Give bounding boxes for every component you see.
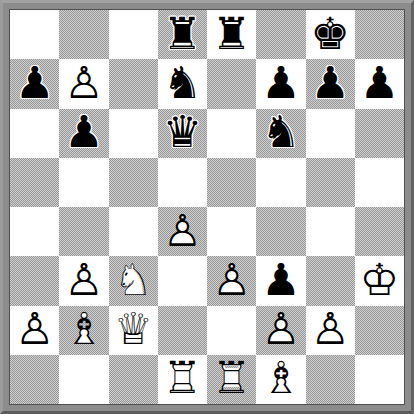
- bishop-outline-glyph: ♗: [261, 356, 300, 400]
- square-e6[interactable]: [207, 109, 256, 158]
- square-e2[interactable]: [207, 306, 256, 355]
- square-d7[interactable]: ♞: [158, 59, 207, 108]
- square-d8[interactable]: ♜: [158, 10, 207, 59]
- square-g7[interactable]: ♟: [306, 59, 355, 108]
- square-f1[interactable]: ♝♗: [256, 355, 305, 404]
- pawn-outline-glyph: ♙: [64, 258, 103, 302]
- piece-black-rook[interactable]: ♜: [207, 10, 256, 59]
- pawn-glyph: ♟: [15, 61, 54, 105]
- king-outline-glyph: ♔: [360, 258, 399, 302]
- square-f7[interactable]: ♟: [256, 59, 305, 108]
- square-g4[interactable]: [306, 207, 355, 256]
- square-f8[interactable]: [256, 10, 305, 59]
- square-g8[interactable]: ♚: [306, 10, 355, 59]
- square-h7[interactable]: ♟: [355, 59, 404, 108]
- square-f3[interactable]: ♟: [256, 256, 305, 305]
- piece-black-rook[interactable]: ♜: [158, 10, 207, 59]
- piece-white-bishop[interactable]: ♝♗: [59, 306, 108, 355]
- square-h6[interactable]: [355, 109, 404, 158]
- square-c7[interactable]: [109, 59, 158, 108]
- pawn-outline-glyph: ♙: [261, 307, 300, 351]
- square-g1[interactable]: [306, 355, 355, 404]
- piece-white-bishop[interactable]: ♝♗: [256, 355, 305, 404]
- piece-black-knight[interactable]: ♞: [158, 59, 207, 108]
- pawn-glyph: ♟: [261, 258, 300, 302]
- bishop-outline-glyph: ♗: [64, 307, 103, 351]
- square-d3[interactable]: [158, 256, 207, 305]
- piece-black-king[interactable]: ♚: [306, 10, 355, 59]
- knight-glyph: ♞: [163, 61, 202, 105]
- board-frame: ♜♜♚♟♟♙♞♟♟♟♟♛♞♟♙♟♙♞♘♟♙♟♚♔♟♙♝♗♛♕♟♙♟♙♜♖♜♖♝♗: [0, 0, 414, 414]
- square-c2[interactable]: ♛♕: [109, 306, 158, 355]
- square-c8[interactable]: [109, 10, 158, 59]
- knight-glyph: ♞: [261, 110, 300, 154]
- pawn-outline-glyph: ♙: [212, 258, 251, 302]
- square-d4[interactable]: ♟♙: [158, 207, 207, 256]
- piece-white-rook[interactable]: ♜♖: [158, 355, 207, 404]
- pawn-glyph: ♟: [360, 61, 399, 105]
- piece-white-pawn[interactable]: ♟♙: [207, 256, 256, 305]
- piece-white-pawn[interactable]: ♟♙: [256, 306, 305, 355]
- square-d1[interactable]: ♜♖: [158, 355, 207, 404]
- square-h8[interactable]: [355, 10, 404, 59]
- square-d2[interactable]: [158, 306, 207, 355]
- square-b6[interactable]: ♟: [59, 109, 108, 158]
- square-b1[interactable]: [59, 355, 108, 404]
- piece-black-queen[interactable]: ♛: [158, 109, 207, 158]
- square-a4[interactable]: [10, 207, 59, 256]
- rook-glyph: ♜: [163, 12, 202, 56]
- pawn-outline-glyph: ♙: [163, 209, 202, 253]
- king-glyph: ♚: [310, 12, 349, 56]
- square-g3[interactable]: [306, 256, 355, 305]
- square-c5[interactable]: [109, 158, 158, 207]
- square-b2[interactable]: ♝♗: [59, 306, 108, 355]
- piece-white-pawn[interactable]: ♟♙: [59, 256, 108, 305]
- square-c3[interactable]: ♞♘: [109, 256, 158, 305]
- square-a1[interactable]: [10, 355, 59, 404]
- piece-black-knight[interactable]: ♞: [256, 109, 305, 158]
- square-b8[interactable]: [59, 10, 108, 59]
- rook-outline-glyph: ♖: [212, 356, 251, 400]
- pawn-glyph: ♟: [261, 61, 300, 105]
- square-b5[interactable]: [59, 158, 108, 207]
- square-d5[interactable]: [158, 158, 207, 207]
- square-a5[interactable]: [10, 158, 59, 207]
- square-a8[interactable]: [10, 10, 59, 59]
- piece-white-king[interactable]: ♚♔: [355, 256, 404, 305]
- square-h1[interactable]: [355, 355, 404, 404]
- piece-black-pawn[interactable]: ♟: [306, 59, 355, 108]
- square-e1[interactable]: ♜♖: [207, 355, 256, 404]
- pawn-glyph: ♟: [310, 61, 349, 105]
- square-d6[interactable]: ♛: [158, 109, 207, 158]
- piece-white-knight[interactable]: ♞♘: [109, 256, 158, 305]
- square-g6[interactable]: [306, 109, 355, 158]
- queen-glyph: ♛: [163, 110, 202, 154]
- square-e7[interactable]: [207, 59, 256, 108]
- square-f6[interactable]: ♞: [256, 109, 305, 158]
- square-b3[interactable]: ♟♙: [59, 256, 108, 305]
- chess-board: ♜♜♚♟♟♙♞♟♟♟♟♛♞♟♙♟♙♞♘♟♙♟♚♔♟♙♝♗♛♕♟♙♟♙♜♖♜♖♝♗: [9, 9, 405, 405]
- rook-outline-glyph: ♖: [163, 356, 202, 400]
- knight-outline-glyph: ♘: [113, 258, 152, 302]
- square-g2[interactable]: ♟♙: [306, 306, 355, 355]
- piece-white-pawn[interactable]: ♟♙: [10, 306, 59, 355]
- square-f5[interactable]: [256, 158, 305, 207]
- square-g5[interactable]: [306, 158, 355, 207]
- pawn-outline-glyph: ♙: [310, 307, 349, 351]
- square-a2[interactable]: ♟♙: [10, 306, 59, 355]
- piece-black-pawn[interactable]: ♟: [256, 256, 305, 305]
- piece-white-pawn[interactable]: ♟♙: [306, 306, 355, 355]
- square-h3[interactable]: ♚♔: [355, 256, 404, 305]
- piece-white-pawn[interactable]: ♟♙: [59, 59, 108, 108]
- square-h2[interactable]: [355, 306, 404, 355]
- square-b7[interactable]: ♟♙: [59, 59, 108, 108]
- square-e8[interactable]: ♜: [207, 10, 256, 59]
- square-e4[interactable]: [207, 207, 256, 256]
- piece-white-rook[interactable]: ♜♖: [207, 355, 256, 404]
- piece-black-pawn[interactable]: ♟: [10, 59, 59, 108]
- square-h4[interactable]: [355, 207, 404, 256]
- square-a6[interactable]: [10, 109, 59, 158]
- square-c1[interactable]: [109, 355, 158, 404]
- square-c6[interactable]: [109, 109, 158, 158]
- square-c4[interactable]: [109, 207, 158, 256]
- rook-glyph: ♜: [212, 12, 251, 56]
- pawn-outline-glyph: ♙: [15, 307, 54, 351]
- square-b4[interactable]: [59, 207, 108, 256]
- piece-black-pawn[interactable]: ♟: [256, 59, 305, 108]
- square-a3[interactable]: [10, 256, 59, 305]
- queen-outline-glyph: ♕: [113, 307, 152, 351]
- piece-black-pawn[interactable]: ♟: [59, 109, 108, 158]
- piece-white-pawn[interactable]: ♟♙: [158, 207, 207, 256]
- piece-white-queen[interactable]: ♛♕: [109, 306, 158, 355]
- square-f2[interactable]: ♟♙: [256, 306, 305, 355]
- square-f4[interactable]: [256, 207, 305, 256]
- square-h5[interactable]: [355, 158, 404, 207]
- piece-black-pawn[interactable]: ♟: [355, 59, 404, 108]
- pawn-glyph: ♟: [64, 110, 103, 154]
- pawn-outline-glyph: ♙: [64, 61, 103, 105]
- square-e3[interactable]: ♟♙: [207, 256, 256, 305]
- square-a7[interactable]: ♟: [10, 59, 59, 108]
- square-e5[interactable]: [207, 158, 256, 207]
